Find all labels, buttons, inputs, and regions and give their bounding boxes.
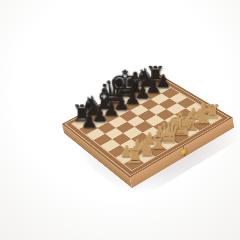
perspective-scene: ♜♞♝♛♚♝♞♜♟♟♟♟♟♟♟♟♟♟♟♟♟♟♟♟♜♞♝♛♚♝♞♜ [0, 0, 240, 240]
product-photo-scene: ♜♞♝♛♚♝♞♜♟♟♟♟♟♟♟♟♟♟♟♟♟♟♟♟♜♞♝♛♚♝♞♜ [0, 0, 240, 240]
chess-board: ♜♞♝♛♚♝♞♜♟♟♟♟♟♟♟♟♟♟♟♟♟♟♟♟♜♞♝♛♚♝♞♜ [62, 73, 233, 178]
rook-glyph: ♜ [125, 146, 143, 166]
